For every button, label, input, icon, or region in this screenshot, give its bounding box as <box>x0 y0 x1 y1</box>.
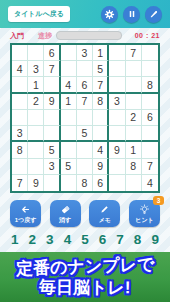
sudoku-cell-r5c5[interactable] <box>77 110 93 126</box>
sudoku-cell-r1c3[interactable]: 6 <box>44 45 60 61</box>
back-to-title-button[interactable]: タイトルへ戻る <box>8 6 70 22</box>
sudoku-cell-r5c1[interactable] <box>12 110 28 126</box>
sudoku-cell-r3c2[interactable]: 1 <box>28 77 44 93</box>
sudoku-cell-r3c3[interactable] <box>44 77 60 93</box>
sudoku-cell-r4c9[interactable] <box>142 94 158 110</box>
undo-button[interactable]: 1つ戻す <box>10 200 41 227</box>
sudoku-cell-r1c9[interactable] <box>142 45 158 61</box>
sudoku-board: 63174375146782917832635854913598779864 <box>10 43 160 193</box>
status-bar: 入門 進捗 00 : 21 <box>0 28 170 43</box>
sudoku-cell-r5c9[interactable]: 6 <box>142 110 158 126</box>
sudoku-cell-r4c8[interactable] <box>126 94 142 110</box>
sudoku-cell-r8c1[interactable] <box>12 159 28 175</box>
sudoku-cell-r9c9[interactable]: 4 <box>142 175 158 191</box>
sudoku-cell-r7c8[interactable]: 1 <box>126 142 142 158</box>
progress-label: 進捗 <box>38 31 52 41</box>
sudoku-cell-r8c3[interactable]: 3 <box>44 159 60 175</box>
settings-button[interactable] <box>101 6 118 23</box>
sudoku-cell-r3c5[interactable]: 6 <box>77 77 93 93</box>
hint-button[interactable]: 3 ヒント <box>129 200 160 227</box>
erase-label: 消す <box>59 216 71 225</box>
undo-label: 1つ戻す <box>15 216 37 225</box>
sudoku-cell-r2c9[interactable] <box>142 61 158 77</box>
sudoku-cell-r5c2[interactable] <box>28 110 44 126</box>
numpad-9[interactable]: 9 <box>151 232 159 248</box>
numpad-8[interactable]: 8 <box>134 232 142 248</box>
pause-button[interactable] <box>123 6 140 23</box>
sudoku-cell-r7c9[interactable] <box>142 142 158 158</box>
sudoku-cell-r6c6[interactable] <box>93 126 109 142</box>
sudoku-cell-r7c7[interactable]: 9 <box>109 142 125 158</box>
sudoku-cell-r1c2[interactable] <box>28 45 44 61</box>
sudoku-cell-r8c7[interactable] <box>109 159 125 175</box>
sudoku-cell-r3c7[interactable] <box>109 77 125 93</box>
sudoku-cell-r6c3[interactable] <box>44 126 60 142</box>
sudoku-cell-r8c6[interactable]: 9 <box>93 159 109 175</box>
sudoku-cell-r8c4[interactable]: 5 <box>61 159 77 175</box>
sudoku-cell-r3c8[interactable] <box>126 77 142 93</box>
sudoku-cell-r9c7[interactable] <box>109 175 125 191</box>
progress-bar <box>56 31 122 40</box>
sudoku-cell-r5c4[interactable] <box>61 110 77 126</box>
sudoku-cell-r1c7[interactable] <box>109 45 125 61</box>
numpad-6[interactable]: 6 <box>99 232 107 248</box>
sudoku-cell-r2c5[interactable] <box>77 61 93 77</box>
pause-icon <box>127 9 137 19</box>
sudoku-cell-r2c2[interactable]: 3 <box>28 61 44 77</box>
sudoku-cell-r3c9[interactable]: 8 <box>142 77 158 93</box>
difficulty-label: 入門 <box>10 31 24 41</box>
sudoku-cell-r9c6[interactable]: 6 <box>93 175 109 191</box>
promo-line-1: 定番のナンプレで <box>15 254 154 280</box>
hint-count-badge: 3 <box>153 196 164 205</box>
sudoku-cell-r2c1[interactable]: 4 <box>12 61 28 77</box>
sudoku-cell-r6c4[interactable] <box>61 126 77 142</box>
numpad-4[interactable]: 4 <box>64 232 72 248</box>
sudoku-cell-r9c3[interactable] <box>44 175 60 191</box>
sudoku-cell-r5c7[interactable] <box>109 110 125 126</box>
sudoku-cell-r4c1[interactable] <box>12 94 28 110</box>
number-pad: 123456789 <box>11 232 159 248</box>
sudoku-cell-r7c6[interactable]: 4 <box>93 142 109 158</box>
sudoku-cell-r9c4[interactable] <box>61 175 77 191</box>
header-bar: タイトルへ戻る <box>0 0 170 28</box>
sudoku-cell-r9c8[interactable] <box>126 175 142 191</box>
sudoku-cell-r7c1[interactable]: 8 <box>12 142 28 158</box>
sudoku-cell-r6c8[interactable] <box>126 126 142 142</box>
sudoku-cell-r9c1[interactable]: 7 <box>12 175 28 191</box>
sudoku-cell-r5c6[interactable] <box>93 110 109 126</box>
sudoku-cell-r6c1[interactable]: 3 <box>12 126 28 142</box>
sudoku-cell-r6c5[interactable]: 5 <box>77 126 93 142</box>
timer-value: 00 : 21 <box>135 32 160 39</box>
sudoku-cell-r7c5[interactable] <box>77 142 93 158</box>
eraser-icon <box>60 204 71 215</box>
hint-label: ヒント <box>135 216 153 225</box>
pencil-icon <box>99 204 110 215</box>
erase-button[interactable]: 消す <box>50 200 81 227</box>
sudoku-cell-r9c5[interactable]: 8 <box>77 175 93 191</box>
sudoku-cell-r7c4[interactable] <box>61 142 77 158</box>
sudoku-cell-r8c9[interactable]: 7 <box>142 159 158 175</box>
numpad-7[interactable]: 7 <box>116 232 124 248</box>
sudoku-cell-r4c4[interactable]: 1 <box>61 94 77 110</box>
sudoku-cell-r8c2[interactable] <box>28 159 44 175</box>
board-area: 63174375146782917832635854913598779864 <box>0 43 170 195</box>
sudoku-cell-r5c3[interactable] <box>44 110 60 126</box>
sudoku-cell-r7c2[interactable] <box>28 142 44 158</box>
sudoku-cell-r8c5[interactable] <box>77 159 93 175</box>
sudoku-app: タイトルへ戻る <box>0 0 170 302</box>
sudoku-cell-r3c1[interactable] <box>12 77 28 93</box>
sudoku-cell-r6c2[interactable] <box>28 126 44 142</box>
sudoku-cell-r2c7[interactable] <box>109 61 125 77</box>
sudoku-cell-r1c6[interactable]: 1 <box>93 45 109 61</box>
header-icon-group <box>101 6 162 23</box>
sudoku-cell-r4c3[interactable]: 9 <box>44 94 60 110</box>
theme-button[interactable] <box>145 6 162 23</box>
sudoku-cell-r2c4[interactable] <box>61 61 77 77</box>
sudoku-cell-r2c3[interactable]: 7 <box>44 61 60 77</box>
sudoku-cell-r8c8[interactable]: 8 <box>126 159 142 175</box>
sudoku-cell-r1c4[interactable] <box>61 45 77 61</box>
sudoku-cell-r5c8[interactable]: 2 <box>126 110 142 126</box>
lightbulb-icon <box>139 204 150 215</box>
memo-button[interactable]: メモ <box>89 200 120 227</box>
sudoku-cell-r1c1[interactable] <box>12 45 28 61</box>
sudoku-cell-r4c7[interactable]: 3 <box>109 94 125 110</box>
undo-arrow-icon <box>20 204 31 215</box>
sudoku-cell-r4c2[interactable]: 2 <box>28 94 44 110</box>
gear-icon <box>104 9 115 20</box>
sudoku-cell-r7c3[interactable]: 5 <box>44 142 60 158</box>
numpad-3[interactable]: 3 <box>46 232 54 248</box>
brush-icon <box>149 9 159 19</box>
sudoku-cell-r3c4[interactable]: 4 <box>61 77 77 93</box>
numpad-5[interactable]: 5 <box>81 232 89 248</box>
memo-label: メモ <box>99 216 111 225</box>
promo-line-2: 毎日脳トレ! <box>39 277 131 299</box>
numpad-1[interactable]: 1 <box>11 232 19 248</box>
sudoku-cell-r6c7[interactable] <box>109 126 125 142</box>
sudoku-cell-r4c5[interactable]: 7 <box>77 94 93 110</box>
promo-banner: 定番のナンプレで 毎日脳トレ! <box>0 252 170 302</box>
sudoku-cell-r2c8[interactable] <box>126 61 142 77</box>
sudoku-cell-r2c6[interactable]: 5 <box>93 61 109 77</box>
sudoku-cell-r1c5[interactable]: 3 <box>77 45 93 61</box>
numpad-2[interactable]: 2 <box>29 232 37 248</box>
sudoku-cell-r3c6[interactable]: 7 <box>93 77 109 93</box>
sudoku-cell-r1c8[interactable]: 7 <box>126 45 142 61</box>
sudoku-cell-r4c6[interactable]: 8 <box>93 94 109 110</box>
action-toolbar: 1つ戻す 消す メモ 3 <box>10 200 160 227</box>
sudoku-cell-r6c9[interactable] <box>142 126 158 142</box>
sudoku-cell-r9c2[interactable]: 9 <box>28 175 44 191</box>
